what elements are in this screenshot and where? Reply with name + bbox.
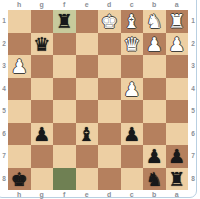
square-f6[interactable]	[53, 123, 76, 146]
file-label-bottom-a: a	[166, 190, 189, 199]
file-labels-bottom: hgfedcba	[8, 190, 188, 199]
file-label-top-a: a	[166, 0, 189, 10]
square-c8[interactable]	[121, 168, 144, 191]
rank-label-right-3: 3	[189, 55, 197, 78]
rank-labels-left: 12345678	[0, 10, 8, 190]
rank-label-left-3: 3	[0, 55, 8, 78]
file-label-top-f: f	[53, 0, 76, 10]
piece-black-rook[interactable]: ♜	[53, 10, 76, 33]
square-d1[interactable]: ♚	[98, 10, 121, 33]
file-label-bottom-e: e	[76, 190, 99, 199]
piece-white-queen[interactable]: ♛	[121, 33, 144, 56]
rank-label-right-5: 5	[189, 100, 197, 123]
square-f3[interactable]	[53, 55, 76, 78]
file-label-bottom-f: f	[53, 190, 76, 199]
piece-black-rook[interactable]: ♜	[166, 168, 189, 191]
square-b6[interactable]	[143, 123, 166, 146]
square-g2[interactable]: ♛	[31, 33, 54, 56]
piece-black-pawn[interactable]: ♟	[121, 123, 144, 146]
square-a2[interactable]: ♟	[166, 33, 189, 56]
piece-white-pawn[interactable]: ♟	[8, 55, 31, 78]
piece-white-rook[interactable]: ♜	[166, 10, 189, 33]
square-c4[interactable]: ♟	[121, 78, 144, 101]
square-e3[interactable]	[76, 55, 99, 78]
file-label-bottom-d: d	[98, 190, 121, 199]
file-label-bottom-h: h	[8, 190, 31, 199]
rank-label-left-8: 8	[0, 168, 8, 191]
square-h3[interactable]: ♟	[8, 55, 31, 78]
file-label-top-d: d	[98, 0, 121, 10]
rank-label-left-7: 7	[0, 145, 8, 168]
square-d5[interactable]	[98, 100, 121, 123]
rank-label-right-8: 8	[189, 168, 197, 191]
square-e4[interactable]	[76, 78, 99, 101]
square-a6[interactable]	[166, 123, 189, 146]
square-a7[interactable]: ♟	[166, 145, 189, 168]
piece-white-pawn[interactable]: ♟	[143, 33, 166, 56]
square-f7[interactable]	[53, 145, 76, 168]
square-f8[interactable]	[53, 168, 76, 191]
piece-black-queen[interactable]: ♛	[31, 33, 54, 56]
piece-white-bishop[interactable]: ♝	[121, 10, 144, 33]
piece-black-pawn[interactable]: ♟	[31, 123, 54, 146]
square-d8[interactable]	[98, 168, 121, 191]
piece-black-pawn[interactable]: ♟	[143, 145, 166, 168]
square-a1[interactable]: ♜	[166, 10, 189, 33]
rank-label-left-2: 2	[0, 33, 8, 56]
square-d2[interactable]	[98, 33, 121, 56]
square-b5[interactable]	[143, 100, 166, 123]
piece-black-pawn[interactable]: ♟	[166, 145, 189, 168]
square-h6[interactable]	[8, 123, 31, 146]
square-g6[interactable]: ♟	[31, 123, 54, 146]
file-label-top-g: g	[31, 0, 54, 10]
square-c2[interactable]: ♛	[121, 33, 144, 56]
square-g5[interactable]	[31, 100, 54, 123]
square-a8[interactable]: ♜	[166, 168, 189, 191]
chess-board[interactable]: ♜♚♝♞♜♛♛♟♟♟♟♟♝♟♟♟♚♞♜	[8, 10, 188, 190]
square-d4[interactable]	[98, 78, 121, 101]
square-g8[interactable]	[31, 168, 54, 191]
rank-label-left-5: 5	[0, 100, 8, 123]
square-h1[interactable]	[8, 10, 31, 33]
square-g1[interactable]	[31, 10, 54, 33]
piece-black-knight[interactable]: ♞	[143, 168, 166, 191]
piece-white-knight[interactable]: ♞	[143, 10, 166, 33]
square-c5[interactable]	[121, 100, 144, 123]
square-e8[interactable]	[76, 168, 99, 191]
square-e6[interactable]: ♝	[76, 123, 99, 146]
rank-label-right-4: 4	[189, 78, 197, 101]
file-label-bottom-g: g	[31, 190, 54, 199]
rank-label-left-4: 4	[0, 78, 8, 101]
piece-white-king[interactable]: ♚	[98, 10, 121, 33]
square-h7[interactable]	[8, 145, 31, 168]
square-b8[interactable]: ♞	[143, 168, 166, 191]
square-c6[interactable]: ♟	[121, 123, 144, 146]
square-g3[interactable]	[31, 55, 54, 78]
square-a3[interactable]	[166, 55, 189, 78]
square-f1[interactable]: ♜	[53, 10, 76, 33]
rank-labels-right: 12345678	[189, 10, 197, 190]
square-f5[interactable]	[53, 100, 76, 123]
rank-label-right-7: 7	[189, 145, 197, 168]
square-d7[interactable]	[98, 145, 121, 168]
rank-label-left-6: 6	[0, 123, 8, 146]
square-h8[interactable]: ♚	[8, 168, 31, 191]
square-h4[interactable]	[8, 78, 31, 101]
file-label-bottom-b: b	[143, 190, 166, 199]
square-a4[interactable]	[166, 78, 189, 101]
square-g4[interactable]	[31, 78, 54, 101]
square-c1[interactable]: ♝	[121, 10, 144, 33]
square-b2[interactable]: ♟	[143, 33, 166, 56]
rank-label-right-6: 6	[189, 123, 197, 146]
square-h2[interactable]	[8, 33, 31, 56]
file-label-top-c: c	[121, 0, 144, 10]
square-g7[interactable]	[31, 145, 54, 168]
square-b3[interactable]	[143, 55, 166, 78]
file-label-bottom-c: c	[121, 190, 144, 199]
file-label-top-e: e	[76, 0, 99, 10]
square-e5[interactable]	[76, 100, 99, 123]
square-b4[interactable]	[143, 78, 166, 101]
piece-white-pawn[interactable]: ♟	[166, 33, 189, 56]
square-d3[interactable]	[98, 55, 121, 78]
square-a5[interactable]	[166, 100, 189, 123]
file-labels-top: hgfedcba	[8, 0, 188, 10]
square-e2[interactable]	[76, 33, 99, 56]
square-e1[interactable]	[76, 10, 99, 33]
file-label-top-b: b	[143, 0, 166, 10]
piece-black-bishop[interactable]: ♝	[76, 123, 99, 146]
rank-label-right-2: 2	[189, 33, 197, 56]
square-c7[interactable]	[121, 145, 144, 168]
rank-label-right-1: 1	[189, 10, 197, 33]
square-b1[interactable]: ♞	[143, 10, 166, 33]
square-b7[interactable]: ♟	[143, 145, 166, 168]
square-c3[interactable]	[121, 55, 144, 78]
piece-black-king[interactable]: ♚	[8, 168, 31, 191]
square-h5[interactable]	[8, 100, 31, 123]
square-f4[interactable]	[53, 78, 76, 101]
piece-white-pawn[interactable]: ♟	[121, 78, 144, 101]
square-d6[interactable]	[98, 123, 121, 146]
file-label-top-h: h	[8, 0, 31, 10]
rank-label-left-1: 1	[0, 10, 8, 33]
square-e7[interactable]	[76, 145, 99, 168]
square-f2[interactable]	[53, 33, 76, 56]
